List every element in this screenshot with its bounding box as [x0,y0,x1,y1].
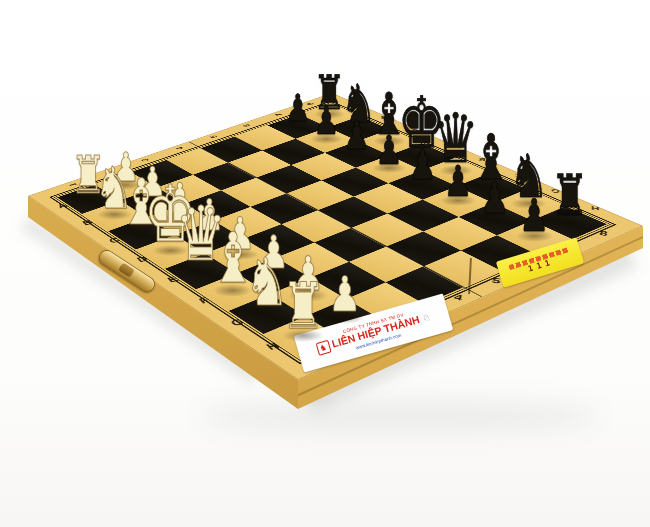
corner-print-mark: ··· [239,326,250,331]
chess-set-photo: AABBCCDDEEFFGGHH1122334455667788 ··· ♞ C… [0,0,650,527]
board-soft-shadow [200,398,600,434]
knight-mark-icon: ♘ [421,312,432,324]
brand-logo-knight-icon: ♞ [315,339,331,355]
